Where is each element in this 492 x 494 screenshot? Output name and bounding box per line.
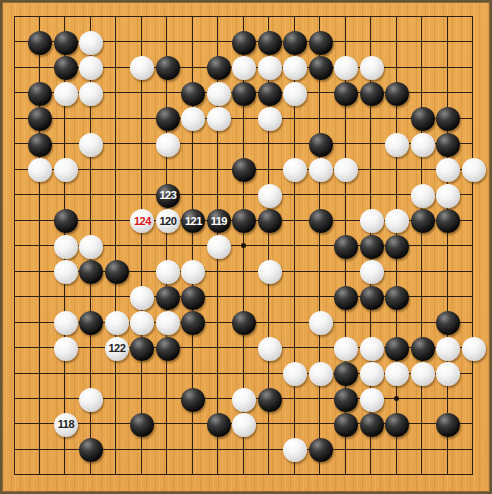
white-stone[interactable] [156,260,180,284]
black-stone[interactable] [181,286,205,310]
black-stone[interactable] [54,209,78,233]
black-stone[interactable] [309,209,333,233]
white-stone[interactable] [79,133,103,157]
black-stone[interactable] [360,286,384,310]
white-stone[interactable] [411,362,435,386]
white-stone[interactable] [462,337,486,361]
black-stone[interactable] [334,286,358,310]
white-stone[interactable] [258,107,282,131]
white-stone[interactable] [309,311,333,335]
white-stone[interactable] [156,133,180,157]
white-stone[interactable] [54,158,78,182]
black-stone[interactable] [334,388,358,412]
go-board-screenshot: 123124120121119122118 [0,0,492,494]
white-stone[interactable] [436,362,460,386]
black-stone[interactable] [360,413,384,437]
white-stone[interactable] [360,56,384,80]
black-stone[interactable] [360,235,384,259]
star-point [394,396,399,401]
black-stone[interactable] [181,82,205,106]
black-stone[interactable]: 123 [156,184,180,208]
white-stone[interactable] [258,337,282,361]
grid-line-horizontal [14,474,474,475]
white-stone[interactable] [309,158,333,182]
white-stone[interactable] [207,107,231,131]
grid-line-vertical [472,16,473,476]
black-stone[interactable] [309,133,333,157]
black-stone[interactable] [232,31,256,55]
black-stone[interactable] [207,56,231,80]
black-stone[interactable] [385,413,409,437]
white-stone[interactable] [385,133,409,157]
black-stone[interactable] [385,337,409,361]
black-stone[interactable] [334,82,358,106]
white-stone[interactable] [360,260,384,284]
black-stone[interactable] [258,209,282,233]
black-stone[interactable] [411,107,435,131]
black-stone[interactable] [156,337,180,361]
white-stone[interactable] [79,82,103,106]
white-stone[interactable] [411,184,435,208]
black-stone[interactable] [105,260,129,284]
white-stone[interactable] [79,235,103,259]
black-stone[interactable] [436,133,460,157]
black-stone[interactable] [232,82,256,106]
white-stone[interactable] [334,337,358,361]
star-point [241,243,246,248]
white-stone[interactable] [207,235,231,259]
grid-line-vertical [447,16,448,476]
black-stone[interactable] [258,31,282,55]
white-stone[interactable] [105,311,129,335]
black-stone[interactable] [411,337,435,361]
black-stone[interactable] [385,82,409,106]
white-stone[interactable] [436,337,460,361]
white-stone[interactable] [54,260,78,284]
black-stone[interactable] [54,31,78,55]
white-stone[interactable] [130,286,154,310]
white-stone[interactable] [360,337,384,361]
black-stone[interactable] [207,413,231,437]
white-stone[interactable] [436,184,460,208]
black-stone[interactable]: 119 [207,209,231,233]
white-stone[interactable] [462,158,486,182]
black-stone[interactable] [360,82,384,106]
white-stone[interactable] [79,388,103,412]
white-stone[interactable]: 118 [54,413,78,437]
grid-line-vertical [319,16,320,476]
white-stone[interactable] [207,82,231,106]
white-stone[interactable] [54,311,78,335]
move-number-label: 123 [159,190,176,201]
black-stone[interactable] [156,56,180,80]
white-stone[interactable] [54,82,78,106]
white-stone[interactable] [258,56,282,80]
white-stone[interactable]: 120 [156,209,180,233]
white-stone[interactable] [258,260,282,284]
white-stone[interactable] [360,388,384,412]
white-stone[interactable] [309,362,333,386]
move-number-label: 118 [58,419,74,430]
black-stone[interactable] [385,235,409,259]
white-stone[interactable] [360,362,384,386]
black-stone[interactable] [309,31,333,55]
white-stone[interactable]: 122 [105,337,129,361]
black-stone[interactable] [309,56,333,80]
black-stone[interactable] [411,209,435,233]
move-number-label: 122 [108,343,125,354]
white-stone[interactable] [54,337,78,361]
white-stone[interactable] [54,235,78,259]
black-stone[interactable] [156,107,180,131]
grid-line-vertical [421,16,422,476]
white-stone[interactable] [232,388,256,412]
move-number-label: 121 [185,216,202,227]
black-stone[interactable] [130,337,154,361]
white-stone[interactable] [411,133,435,157]
black-stone[interactable] [258,82,282,106]
white-stone[interactable] [283,82,307,106]
black-stone[interactable] [436,413,460,437]
black-stone[interactable] [258,388,282,412]
white-stone[interactable] [360,209,384,233]
black-stone[interactable] [156,286,180,310]
move-number-label: 124 [134,216,151,227]
move-number-label: 120 [159,216,176,227]
black-stone[interactable] [385,286,409,310]
black-stone[interactable] [181,388,205,412]
black-stone[interactable] [334,235,358,259]
white-stone[interactable] [258,184,282,208]
black-stone[interactable] [283,31,307,55]
black-stone[interactable] [28,133,52,157]
white-stone[interactable] [156,311,180,335]
move-number-label: 119 [211,216,227,227]
